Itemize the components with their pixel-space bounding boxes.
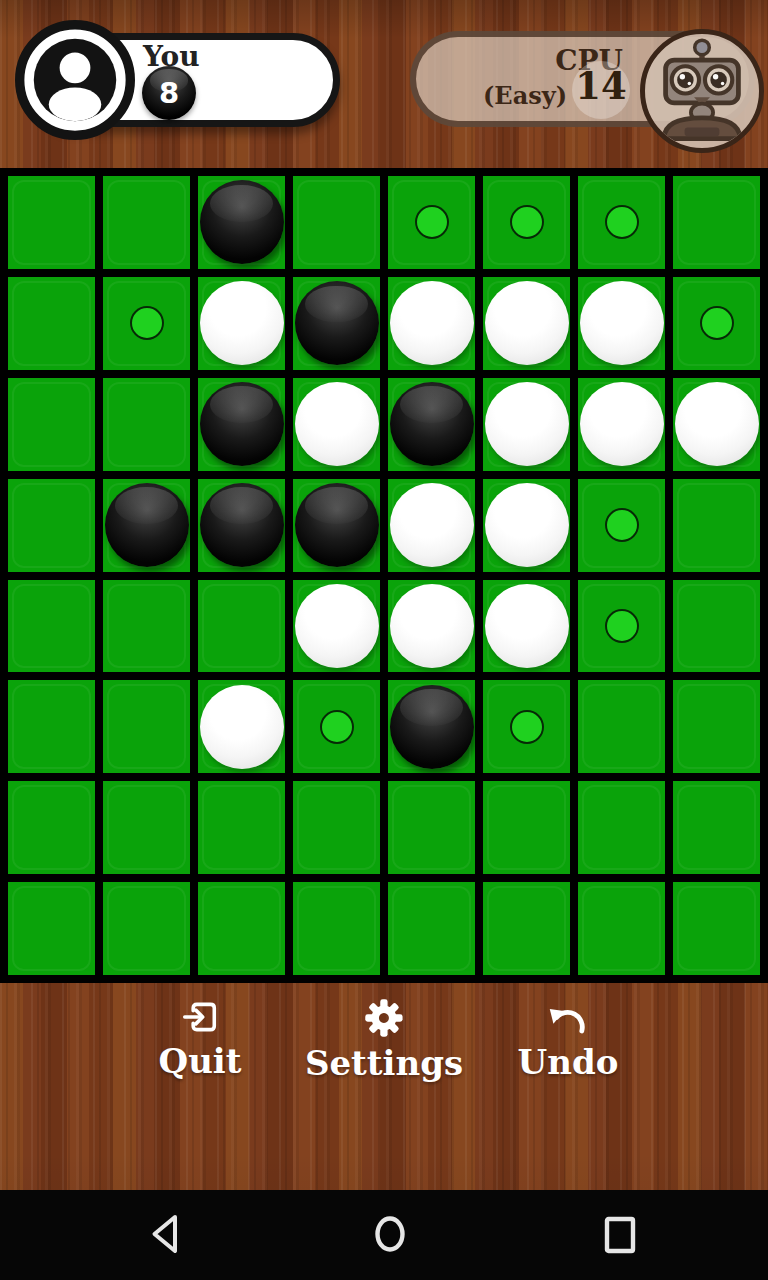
cell-b8[interactable] [103, 882, 190, 975]
back-icon[interactable] [148, 1212, 182, 1256]
settings-button[interactable]: Settings [305, 998, 463, 1083]
cell-e8[interactable] [388, 882, 475, 975]
white-disc [675, 382, 759, 466]
cell-b3[interactable] [103, 378, 190, 471]
cell-f2[interactable] [483, 277, 570, 370]
cell-h6[interactable] [673, 680, 760, 773]
cpu-score: 14 [572, 64, 630, 108]
cell-d5[interactable] [293, 580, 380, 673]
white-disc [580, 281, 664, 365]
cell-c8[interactable] [198, 882, 285, 975]
cell-c5[interactable] [198, 580, 285, 673]
cell-e3[interactable] [388, 378, 475, 471]
cell-d1[interactable] [293, 176, 380, 269]
legal-move-hint[interactable] [415, 205, 449, 239]
cell-g5[interactable] [578, 580, 665, 673]
cell-f7[interactable] [483, 781, 570, 874]
legal-move-hint[interactable] [130, 306, 164, 340]
cell-h8[interactable] [673, 882, 760, 975]
cell-a1[interactable] [8, 176, 95, 269]
white-disc [485, 483, 569, 567]
black-disc [390, 382, 474, 466]
cell-e1[interactable] [388, 176, 475, 269]
white-disc [485, 281, 569, 365]
white-disc [390, 584, 474, 668]
cell-h4[interactable] [673, 479, 760, 572]
cell-e2[interactable] [388, 277, 475, 370]
settings-label: Settings [305, 1043, 463, 1083]
gear-icon [364, 998, 404, 1038]
legal-move-hint[interactable] [700, 306, 734, 340]
cell-f5[interactable] [483, 580, 570, 673]
cell-h7[interactable] [673, 781, 760, 874]
legal-move-hint[interactable] [320, 710, 354, 744]
person-icon [15, 20, 135, 140]
cell-e5[interactable] [388, 580, 475, 673]
home-icon[interactable] [373, 1212, 407, 1256]
white-disc [295, 382, 379, 466]
legal-move-hint[interactable] [605, 609, 639, 643]
cell-b1[interactable] [103, 176, 190, 269]
cell-e4[interactable] [388, 479, 475, 572]
cell-g3[interactable] [578, 378, 665, 471]
white-disc [390, 281, 474, 365]
quit-button[interactable]: Quit [159, 998, 242, 1081]
cell-f1[interactable] [483, 176, 570, 269]
black-disc [295, 281, 379, 365]
robot-icon [645, 34, 759, 148]
cell-e6[interactable] [388, 680, 475, 773]
cell-f3[interactable] [483, 378, 570, 471]
cell-h2[interactable] [673, 277, 760, 370]
cell-d3[interactable] [293, 378, 380, 471]
legal-move-hint[interactable] [510, 205, 544, 239]
white-disc [580, 382, 664, 466]
cell-h3[interactable] [673, 378, 760, 471]
cell-a4[interactable] [8, 479, 95, 572]
black-disc [200, 180, 284, 264]
cell-b5[interactable] [103, 580, 190, 673]
undo-label: Undo [518, 1042, 619, 1082]
player-score-badge: 8 [142, 66, 196, 120]
legal-move-hint[interactable] [605, 205, 639, 239]
cell-a2[interactable] [8, 277, 95, 370]
cell-g2[interactable] [578, 277, 665, 370]
cell-g1[interactable] [578, 176, 665, 269]
cell-a3[interactable] [8, 378, 95, 471]
cell-f6[interactable] [483, 680, 570, 773]
cell-f4[interactable] [483, 479, 570, 572]
black-disc [200, 483, 284, 567]
cell-b2[interactable] [103, 277, 190, 370]
cell-c2[interactable] [198, 277, 285, 370]
cell-c7[interactable] [198, 781, 285, 874]
cell-a6[interactable] [8, 680, 95, 773]
white-disc [200, 281, 284, 365]
cell-b6[interactable] [103, 680, 190, 773]
cell-b7[interactable] [103, 781, 190, 874]
white-disc [485, 382, 569, 466]
black-disc [105, 483, 189, 567]
undo-button[interactable]: Undo [518, 998, 619, 1082]
board [0, 168, 768, 983]
black-disc [200, 382, 284, 466]
exit-icon [181, 998, 219, 1036]
white-disc [295, 584, 379, 668]
cell-c4[interactable] [198, 479, 285, 572]
player-avatar [15, 20, 135, 140]
legal-move-hint[interactable] [510, 710, 544, 744]
cell-d2[interactable] [293, 277, 380, 370]
white-disc [200, 685, 284, 769]
cell-h5[interactable] [673, 580, 760, 673]
black-disc [295, 483, 379, 567]
cell-c6[interactable] [198, 680, 285, 773]
cell-g4[interactable] [578, 479, 665, 572]
cell-d8[interactable] [293, 882, 380, 975]
recents-icon[interactable] [604, 1216, 636, 1254]
cell-g6[interactable] [578, 680, 665, 773]
cell-a7[interactable] [8, 781, 95, 874]
white-disc [390, 483, 474, 567]
undo-arrow-icon [547, 1003, 589, 1037]
cell-d4[interactable] [293, 479, 380, 572]
cell-d7[interactable] [293, 781, 380, 874]
cell-a5[interactable] [8, 580, 95, 673]
cell-h1[interactable] [673, 176, 760, 269]
cell-a8[interactable] [8, 882, 95, 975]
black-disc [390, 685, 474, 769]
white-disc [485, 584, 569, 668]
cell-e7[interactable] [388, 781, 475, 874]
cell-c3[interactable] [198, 378, 285, 471]
cell-c1[interactable] [198, 176, 285, 269]
cell-g8[interactable] [578, 882, 665, 975]
android-navbar [0, 1190, 768, 1280]
quit-label: Quit [159, 1041, 242, 1081]
cell-d6[interactable] [293, 680, 380, 773]
cell-b4[interactable] [103, 479, 190, 572]
cell-g7[interactable] [578, 781, 665, 874]
cpu-difficulty: (Easy) [483, 81, 567, 110]
cell-f8[interactable] [483, 882, 570, 975]
cpu-avatar [640, 29, 764, 153]
legal-move-hint[interactable] [605, 508, 639, 542]
